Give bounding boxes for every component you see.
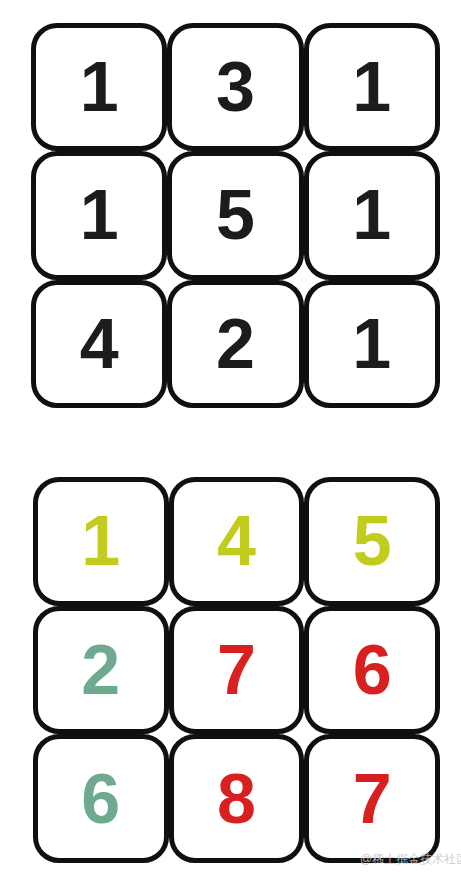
- grid-cell: 4: [169, 477, 305, 606]
- grid-cell: 1: [33, 477, 169, 606]
- grid-cell: 3: [167, 23, 303, 151]
- top-number-grid: 131151421: [31, 23, 440, 408]
- grid-cell: 8: [169, 734, 305, 863]
- grid-cell: 1: [304, 280, 440, 408]
- watermark: @稀土掘金技术社区: [360, 851, 461, 868]
- grid-cell: 7: [304, 734, 440, 863]
- grid-cell: 2: [33, 606, 169, 735]
- grid-cell: 5: [304, 477, 440, 606]
- grid-cell: 7: [169, 606, 305, 735]
- grid-cell: 1: [304, 23, 440, 151]
- grid-cell: 1: [31, 151, 167, 279]
- grid-cell: 2: [167, 280, 303, 408]
- grid-cell: 6: [304, 606, 440, 735]
- grid-cell: 1: [304, 151, 440, 279]
- grid-cell: 1: [31, 23, 167, 151]
- grid-cell: 5: [167, 151, 303, 279]
- bottom-number-grid: 145276687: [33, 477, 440, 863]
- grid-cell: 6: [33, 734, 169, 863]
- grid-cell: 4: [31, 280, 167, 408]
